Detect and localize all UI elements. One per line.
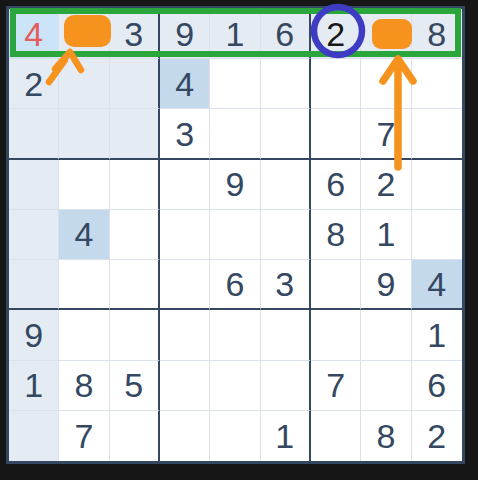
sudoku-cell-r9c2[interactable]: 7 — [59, 411, 109, 461]
sudoku-cell-r8c5[interactable] — [210, 361, 260, 411]
sudoku-cell-r5c2[interactable]: 4 — [59, 210, 109, 260]
sudoku-cell-r7c2[interactable] — [59, 310, 109, 360]
sudoku-cell-r4c5[interactable]: 9 — [210, 160, 260, 210]
sudoku-cell-r6c8[interactable]: 9 — [361, 260, 411, 310]
sudoku-cell-r2c2[interactable] — [59, 59, 109, 109]
sudoku-cell-r1c1[interactable]: 4 — [9, 9, 59, 59]
sudoku-cell-r8c7[interactable]: 7 — [311, 361, 361, 411]
sudoku-cell-r4c6[interactable] — [261, 160, 311, 210]
sudoku-cell-r8c4[interactable] — [160, 361, 210, 411]
sudoku-cell-r2c9[interactable] — [412, 59, 462, 109]
sudoku-cell-r2c7[interactable] — [311, 59, 361, 109]
cell-digit: 7 — [326, 368, 345, 402]
sudoku-cell-r3c8[interactable]: 7 — [361, 109, 411, 159]
sudoku-cell-r4c7[interactable]: 6 — [311, 160, 361, 210]
sudoku-cell-r2c4[interactable]: 4 — [160, 59, 210, 109]
sudoku-app: 43916282437962481639491185767182 — [0, 0, 478, 480]
sudoku-cell-r4c2[interactable] — [59, 160, 109, 210]
sudoku-cell-r5c5[interactable] — [210, 210, 260, 260]
sudoku-cell-r3c5[interactable] — [210, 109, 260, 159]
sudoku-cell-r9c5[interactable] — [210, 411, 260, 461]
sudoku-cell-r5c1[interactable] — [9, 210, 59, 260]
sudoku-cell-r7c8[interactable] — [361, 310, 411, 360]
cell-digit: 6 — [275, 17, 294, 51]
cell-digit: 2 — [427, 419, 446, 453]
sudoku-cell-r6c1[interactable] — [9, 260, 59, 310]
cell-digit: 7 — [75, 419, 94, 453]
sudoku-cell-r3c2[interactable] — [59, 109, 109, 159]
cell-digit: 1 — [275, 419, 294, 453]
sudoku-cell-r1c7[interactable]: 2 — [311, 9, 361, 59]
sudoku-cell-r8c8[interactable] — [361, 361, 411, 411]
cell-digit: 6 — [427, 368, 446, 402]
sudoku-cell-r1c5[interactable]: 1 — [210, 9, 260, 59]
sudoku-cell-r1c3[interactable]: 3 — [110, 9, 160, 59]
cell-digit: 2 — [24, 67, 43, 101]
sudoku-cell-r1c9[interactable]: 8 — [412, 9, 462, 59]
sudoku-cell-r5c9[interactable] — [412, 210, 462, 260]
sudoku-grid: 43916282437962481639491185767182 — [9, 9, 462, 461]
sudoku-cell-r9c6[interactable]: 1 — [261, 411, 311, 461]
sudoku-cell-r6c2[interactable] — [59, 260, 109, 310]
sudoku-cell-r7c1[interactable]: 9 — [9, 310, 59, 360]
sudoku-cell-r5c8[interactable]: 1 — [361, 210, 411, 260]
sudoku-cell-r3c6[interactable] — [261, 109, 311, 159]
sudoku-cell-r8c6[interactable] — [261, 361, 311, 411]
sudoku-cell-r6c6[interactable]: 3 — [261, 260, 311, 310]
sudoku-cell-r2c6[interactable] — [261, 59, 311, 109]
cell-digit: 6 — [226, 267, 245, 301]
sudoku-cell-r7c9[interactable]: 1 — [412, 310, 462, 360]
sudoku-cell-r6c4[interactable] — [160, 260, 210, 310]
cell-digit: 9 — [24, 318, 43, 352]
sudoku-cell-r3c9[interactable] — [412, 109, 462, 159]
cell-digit: 1 — [24, 368, 43, 402]
sudoku-cell-r7c5[interactable] — [210, 310, 260, 360]
sudoku-cell-r2c5[interactable] — [210, 59, 260, 109]
sudoku-cell-r5c6[interactable] — [261, 210, 311, 260]
sudoku-cell-r5c7[interactable]: 8 — [311, 210, 361, 260]
cell-digit: 7 — [377, 117, 396, 151]
sudoku-cell-r9c4[interactable] — [160, 411, 210, 461]
sudoku-cell-r2c8[interactable] — [361, 59, 411, 109]
sudoku-cell-r4c8[interactable]: 2 — [361, 160, 411, 210]
sudoku-cell-r9c1[interactable] — [9, 411, 59, 461]
sudoku-cell-r3c3[interactable] — [110, 109, 160, 159]
cell-digit: 1 — [427, 318, 446, 352]
cell-digit: 8 — [377, 419, 396, 453]
sudoku-cell-r6c3[interactable] — [110, 260, 160, 310]
sudoku-cell-r7c7[interactable] — [311, 310, 361, 360]
sudoku-board: 43916282437962481639491185767182 — [6, 6, 465, 464]
sudoku-cell-r4c1[interactable] — [9, 160, 59, 210]
cell-digit: 4 — [75, 217, 94, 251]
cell-digit: 2 — [326, 17, 345, 51]
cell-digit: 9 — [377, 267, 396, 301]
cell-digit: 3 — [124, 17, 143, 51]
cell-digit: 4 — [427, 267, 446, 301]
cell-digit: 5 — [124, 368, 143, 402]
cell-digit: 9 — [226, 167, 245, 201]
sudoku-cell-r1c8[interactable] — [361, 9, 411, 59]
sudoku-cell-r4c4[interactable] — [160, 160, 210, 210]
sudoku-cell-r9c9[interactable]: 2 — [412, 411, 462, 461]
cell-digit: 6 — [326, 167, 345, 201]
sudoku-cell-r5c4[interactable] — [160, 210, 210, 260]
cell-digit: 3 — [175, 117, 194, 151]
sudoku-cell-r4c3[interactable] — [110, 160, 160, 210]
sudoku-cell-r8c9[interactable]: 6 — [412, 361, 462, 411]
sudoku-cell-r3c1[interactable] — [9, 109, 59, 159]
cell-digit: 8 — [75, 368, 94, 402]
cell-digit: 1 — [226, 17, 245, 51]
sudoku-cell-r3c7[interactable] — [311, 109, 361, 159]
sudoku-cell-r9c7[interactable] — [311, 411, 361, 461]
sudoku-cell-r3c4[interactable]: 3 — [160, 109, 210, 159]
sudoku-cell-r1c6[interactable]: 6 — [261, 9, 311, 59]
cell-digit: 2 — [377, 167, 396, 201]
cell-digit: 4 — [175, 67, 194, 101]
cell-digit: 8 — [326, 217, 345, 251]
sudoku-cell-r7c3[interactable] — [110, 310, 160, 360]
sudoku-cell-r9c3[interactable] — [110, 411, 160, 461]
sudoku-cell-r8c2[interactable]: 8 — [59, 361, 109, 411]
cell-digit: 8 — [427, 17, 446, 51]
sudoku-cell-r1c4[interactable]: 9 — [160, 9, 210, 59]
sudoku-cell-r7c6[interactable] — [261, 310, 311, 360]
cell-digit: 1 — [377, 217, 396, 251]
sudoku-cell-r9c8[interactable]: 8 — [361, 411, 411, 461]
sudoku-cell-r8c3[interactable]: 5 — [110, 361, 160, 411]
sudoku-cell-r2c1[interactable]: 2 — [9, 59, 59, 109]
sudoku-cell-r1c2[interactable] — [59, 9, 109, 59]
sudoku-cell-r4c9[interactable] — [412, 160, 462, 210]
sudoku-cell-r8c1[interactable]: 1 — [9, 361, 59, 411]
cell-digit: 3 — [275, 267, 294, 301]
sudoku-cell-r6c9[interactable]: 4 — [412, 260, 462, 310]
sudoku-cell-r7c4[interactable] — [160, 310, 210, 360]
sudoku-cell-r6c7[interactable] — [311, 260, 361, 310]
sudoku-cell-r5c3[interactable] — [110, 210, 160, 260]
cell-digit: 9 — [175, 17, 194, 51]
sudoku-cell-r2c3[interactable] — [110, 59, 160, 109]
sudoku-cell-r6c5[interactable]: 6 — [210, 260, 260, 310]
cell-digit: 4 — [24, 17, 43, 51]
